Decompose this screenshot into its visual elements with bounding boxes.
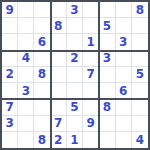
sudoku-board: 938856134232875367583798214 xyxy=(0,0,150,150)
empty-cell-r9c1[interactable] xyxy=(2,132,18,148)
given-cell-r5c6: 7 xyxy=(83,67,99,83)
empty-cell-r3c7[interactable] xyxy=(99,34,115,50)
given-cell-r6c2: 3 xyxy=(18,83,34,99)
empty-cell-r3c1[interactable] xyxy=(2,34,18,50)
given-cell-r4c5: 2 xyxy=(67,51,83,67)
empty-cell-r6c3[interactable] xyxy=(34,83,50,99)
given-cell-r1c9: 8 xyxy=(132,2,148,18)
given-cell-r8c1: 3 xyxy=(2,116,18,132)
empty-cell-r7c2[interactable] xyxy=(18,99,34,115)
empty-cell-r6c5[interactable] xyxy=(67,83,83,99)
empty-cell-r3c9[interactable] xyxy=(132,34,148,50)
empty-cell-r4c3[interactable] xyxy=(34,51,50,67)
empty-cell-r1c2[interactable] xyxy=(18,2,34,18)
given-cell-r5c9: 5 xyxy=(132,67,148,83)
given-cell-r9c4: 2 xyxy=(51,132,67,148)
empty-cell-r2c6[interactable] xyxy=(83,18,99,34)
given-cell-r6c8: 6 xyxy=(116,83,132,99)
empty-cell-r7c9[interactable] xyxy=(132,99,148,115)
empty-cell-r6c4[interactable] xyxy=(51,83,67,99)
empty-cell-r4c1[interactable] xyxy=(2,51,18,67)
empty-cell-r3c5[interactable] xyxy=(67,34,83,50)
empty-cell-r5c7[interactable] xyxy=(99,67,115,83)
empty-cell-r9c2[interactable] xyxy=(18,132,34,148)
empty-cell-r9c6[interactable] xyxy=(83,132,99,148)
empty-cell-r5c8[interactable] xyxy=(116,67,132,83)
empty-cell-r2c8[interactable] xyxy=(116,18,132,34)
empty-cell-r4c9[interactable] xyxy=(132,51,148,67)
given-cell-r3c8: 3 xyxy=(116,34,132,50)
given-cell-r4c7: 3 xyxy=(99,51,115,67)
empty-cell-r8c2[interactable] xyxy=(18,116,34,132)
given-cell-r9c5: 1 xyxy=(67,132,83,148)
empty-cell-r1c4[interactable] xyxy=(51,2,67,18)
given-cell-r1c5: 3 xyxy=(67,2,83,18)
empty-cell-r1c8[interactable] xyxy=(116,2,132,18)
empty-cell-r9c8[interactable] xyxy=(116,132,132,148)
empty-cell-r8c5[interactable] xyxy=(67,116,83,132)
given-cell-r7c7: 8 xyxy=(99,99,115,115)
empty-cell-r2c3[interactable] xyxy=(34,18,50,34)
empty-cell-r1c7[interactable] xyxy=(99,2,115,18)
given-cell-r8c6: 9 xyxy=(83,116,99,132)
empty-cell-r8c7[interactable] xyxy=(99,116,115,132)
empty-cell-r6c7[interactable] xyxy=(99,83,115,99)
empty-cell-r2c5[interactable] xyxy=(67,18,83,34)
given-cell-r5c3: 8 xyxy=(34,67,50,83)
given-cell-r5c1: 2 xyxy=(2,67,18,83)
empty-cell-r1c3[interactable] xyxy=(34,2,50,18)
given-cell-r3c3: 6 xyxy=(34,34,50,50)
empty-cell-r3c2[interactable] xyxy=(18,34,34,50)
empty-cell-r4c4[interactable] xyxy=(51,51,67,67)
empty-cell-r6c6[interactable] xyxy=(83,83,99,99)
empty-cell-r7c8[interactable] xyxy=(116,99,132,115)
empty-cell-r6c9[interactable] xyxy=(132,83,148,99)
empty-cell-r2c2[interactable] xyxy=(18,18,34,34)
given-cell-r2c7: 5 xyxy=(99,18,115,34)
empty-cell-r2c9[interactable] xyxy=(132,18,148,34)
empty-cell-r7c6[interactable] xyxy=(83,99,99,115)
empty-cell-r5c2[interactable] xyxy=(18,67,34,83)
empty-cell-r5c5[interactable] xyxy=(67,67,83,83)
empty-cell-r8c8[interactable] xyxy=(116,116,132,132)
empty-cell-r3c4[interactable] xyxy=(51,34,67,50)
empty-cell-r7c4[interactable] xyxy=(51,99,67,115)
given-cell-r8c4: 7 xyxy=(51,116,67,132)
given-cell-r7c5: 5 xyxy=(67,99,83,115)
empty-cell-r7c3[interactable] xyxy=(34,99,50,115)
empty-cell-r2c1[interactable] xyxy=(2,18,18,34)
empty-cell-r5c4[interactable] xyxy=(51,67,67,83)
given-cell-r1c1: 9 xyxy=(2,2,18,18)
given-cell-r9c9: 4 xyxy=(132,132,148,148)
given-cell-r9c3: 8 xyxy=(34,132,50,148)
empty-cell-r6c1[interactable] xyxy=(2,83,18,99)
empty-cell-r8c9[interactable] xyxy=(132,116,148,132)
given-cell-r7c1: 7 xyxy=(2,99,18,115)
empty-cell-r4c8[interactable] xyxy=(116,51,132,67)
given-cell-r2c4: 8 xyxy=(51,18,67,34)
given-cell-r4c2: 4 xyxy=(18,51,34,67)
empty-cell-r1c6[interactable] xyxy=(83,2,99,18)
empty-cell-r9c7[interactable] xyxy=(99,132,115,148)
empty-cell-r8c3[interactable] xyxy=(34,116,50,132)
given-cell-r3c6: 1 xyxy=(83,34,99,50)
empty-cell-r4c6[interactable] xyxy=(83,51,99,67)
